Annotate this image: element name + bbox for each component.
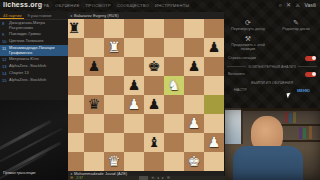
square-h7[interactable]: ♟ [204,38,224,57]
square-f5[interactable]: ♞ [164,76,184,95]
analysis-menu-panel: ⟳ Перевернуть доску ✎ Редактор доски ⚒ П… [224,11,320,108]
square-d8[interactable] [124,19,144,38]
game-number: 11 [2,46,9,51]
secondary-video-overlay: Прямая трансляция [0,100,68,180]
game-list-item-8[interactable]: 8Джанджгава-Митра Расуленович [0,20,68,31]
webcam-video [225,108,320,180]
square-d3[interactable] [124,114,144,133]
piece-black-pawn: ♟ [124,76,144,95]
lichess-analysis-page: lichess.org ИГРАОБУЧЕНИЕПРОСМОТРСООБЩЕСТ… [0,0,320,180]
square-b6[interactable]: ♟ [84,57,104,76]
menu-icon[interactable]: ☰ [70,176,73,180]
game-label: Джанджгава-Митра Расуленович [9,21,45,30]
square-b2[interactable] [84,133,104,152]
nav-item-сообщество[interactable]: СООБЩЕСТВО [117,3,149,8]
square-d6[interactable] [124,57,144,76]
square-f3[interactable] [164,114,184,133]
username[interactable]: Vasili [304,2,316,8]
chess-board: ♜♜♟♟♚♟♟♞♛♟♟♟♝♟♛♚ [64,19,224,171]
continue-icon: ⚒ [226,35,270,43]
continue-from-here-button[interactable]: ⚒ Продолжить с этой позиции [226,35,270,52]
board-editor-button[interactable]: ✎ Редактор доски [274,19,318,32]
pencil-icon: ✎ [274,19,318,27]
square-e5[interactable] [144,76,164,95]
next-move-icon[interactable]: ▸ [162,176,164,180]
game-list-item-10[interactable]: 10Цветков-Толмачев [0,38,68,45]
lichess-logo[interactable]: lichess.org [3,1,42,8]
piece-white-queen: ♛ [104,152,124,171]
game-number: 14 [2,71,9,76]
square-e4[interactable]: ♟ [144,95,164,114]
square-f4[interactable] [164,95,184,114]
square-g2[interactable] [184,133,204,152]
square-f7[interactable] [164,38,184,57]
square-c3[interactable] [104,114,124,133]
games-list: 8Джанджгава-Митра Расуленович9Павлидис-Г… [0,20,68,84]
square-d1[interactable] [124,152,144,171]
piece-black-bishop: ♝ [144,133,164,152]
sidebar-tab-0[interactable]: 44 партии [0,11,24,19]
square-h1[interactable] [204,152,224,171]
piece-black-pawn: ♟ [144,95,164,114]
square-h8[interactable] [204,19,224,38]
piece-white-pawn: ♟ [124,95,144,114]
player-top-name: Balazarov Evgeny (RUS) [74,13,118,18]
game-label: Митрякина Юля [9,57,39,62]
square-e1[interactable] [144,152,164,171]
nav-item-просмотр[interactable]: ПРОСМОТР [86,3,111,8]
settings-link[interactable]: НАСТР. [234,88,247,92]
square-e7[interactable] [144,38,164,57]
square-h6[interactable] [204,57,224,76]
game-list-item-13[interactable]: 13AlphaZero -Stockfish [0,63,68,70]
piece-white-pawn: ♟ [204,133,224,152]
square-c5[interactable] [104,76,124,95]
active-tool-button[interactable] [139,176,148,180]
square-d2[interactable] [124,133,144,152]
square-f1[interactable] [164,152,184,171]
engine-toggle-label: Включить [228,72,245,76]
square-b7[interactable] [84,38,104,57]
computer-analysis-section: КОМПЬЮТЕРНЫЙ АНАЛИЗ [224,65,320,69]
notation-toggle-label: Строка нотации [228,56,256,60]
square-c8[interactable] [104,19,124,38]
square-c4[interactable] [104,95,124,114]
square-e3[interactable] [144,114,164,133]
nav-item-обучение[interactable]: ОБУЧЕНИЕ [55,3,79,8]
square-g1[interactable]: ♚ [184,152,204,171]
square-h3[interactable] [204,114,224,133]
engine-toggle[interactable] [305,72,316,77]
game-label: Chapter 13 [9,71,29,76]
game-number: 8 [2,21,9,26]
top-right-icons: ⌕✕⚔ Vasili [279,2,316,8]
square-c2[interactable] [104,133,124,152]
piece-white-king: ♚ [184,152,204,171]
game-label: Цветков-Толмачев [9,39,43,44]
piece-black-king: ♚ [144,57,164,76]
piece-black-pawn: ♟ [204,38,224,57]
piece-black-pawn: ♟ [184,57,204,76]
menu-link[interactable]: МЕНЮ [297,88,310,93]
square-d7[interactable] [124,38,144,57]
game-number: 9 [2,32,9,37]
square-b5[interactable] [84,76,104,95]
square-e6[interactable]: ♚ [144,57,164,76]
game-list-item-9[interactable]: 9Павлидис-Гривас [0,31,68,38]
square-e8[interactable] [144,19,164,38]
top-menu: ИГРАОБУЧЕНИЕПРОСМОТРСООБЩЕСТВОИНСТРУМЕНТ… [38,3,189,8]
back-arrow-icon[interactable]: ◂ [70,13,72,18]
square-d5[interactable]: ♟ [124,76,144,95]
piece-white-knight: ♞ [164,76,184,95]
square-c6[interactable] [104,57,124,76]
square-h2[interactable]: ♟ [204,133,224,152]
prev-move-icon[interactable]: ◂ [157,176,159,180]
nav-item-игра[interactable]: ИГРА [38,3,49,8]
board-toolbar: ☰2:37⟲◂▸☰ [68,176,225,180]
game-label: AlphaZero -Stockfish [9,64,46,69]
mouse-cursor [287,93,292,99]
piece-white-pawn: ♟ [184,114,204,133]
player-bar-top: ◂ Balazarov Evgeny (RUS) [68,12,224,19]
square-b3[interactable] [84,114,104,133]
nav-item-инструменты[interactable]: ИНСТРУМЕНТЫ [155,3,189,8]
square-b1[interactable] [84,152,104,171]
square-g4[interactable] [184,95,204,114]
square-c7[interactable]: ♜ [104,38,124,57]
notation-toggle[interactable] [305,56,316,61]
piece-white-rook: ♜ [104,38,124,57]
square-h4[interactable] [204,95,224,114]
piece-black-queen: ♛ [84,95,104,114]
square-g5[interactable] [184,76,204,95]
square-f8[interactable] [164,19,184,38]
square-b4[interactable]: ♛ [84,95,104,114]
game-label: Мохаммадзаде-Пичкари Графименко [9,46,54,55]
stream-caption: Прямая трансляция [3,171,36,175]
game-list-item-14[interactable]: 14Chapter 13 [0,70,68,77]
square-g8[interactable] [184,19,204,38]
challenge-swords-icon[interactable]: ⚔ [295,2,300,8]
square-f6[interactable] [164,57,184,76]
square-h5[interactable] [204,76,224,95]
game-number: 13 [2,64,9,69]
game-list-item-15[interactable]: 15AlphaZero -Stockfish [0,77,68,84]
square-e2[interactable]: ♝ [144,133,164,152]
flip-board-button[interactable]: ⟳ Перевернуть доску [226,19,270,32]
search-icon[interactable]: ⌕ [279,2,282,8]
square-g3[interactable]: ♟ [184,114,204,133]
piece-black-pawn: ♟ [84,57,104,76]
square-d4[interactable]: ♟ [124,95,144,114]
game-number: 15 [2,78,9,83]
square-g6[interactable]: ♟ [184,57,204,76]
game-list-item-11[interactable]: 11Мохаммадзаде-Пичкари Графименко [0,45,68,56]
square-g7[interactable] [184,38,204,57]
game-label: Павлидис-Гривас [9,32,41,37]
flip-icon: ⟳ [226,19,270,27]
square-c1[interactable]: ♛ [104,152,124,171]
square-f2[interactable] [164,133,184,152]
close-icon[interactable]: ✕ [286,2,291,8]
practice-exit-link[interactable]: ВЫЙТИ ИЗ ОБУЧЕНИЯ [224,81,320,85]
clock-text[interactable]: 2:37 [76,176,83,180]
game-number: 10 [2,39,9,44]
square-b8[interactable] [84,19,104,38]
loop-icon[interactable]: ⟲ [151,176,154,180]
sidebar-tab-1[interactable]: 9 участников [24,11,54,19]
board-menu-icon[interactable]: ☰ [167,176,170,180]
game-label: AlphaZero -Stockfish [9,78,46,83]
game-list-item-12[interactable]: 12Митрякина Юля [0,56,68,63]
sidebar-tabs: 44 партии9 участников [0,11,68,20]
game-number: 12 [2,57,9,62]
